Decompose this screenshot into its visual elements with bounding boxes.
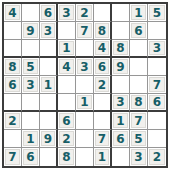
empty-tile: [59, 77, 74, 92]
given-digit: 8: [62, 151, 70, 163]
empty-tile: [131, 77, 146, 92]
cell-r7c5[interactable]: [76, 112, 94, 130]
cell-r5c8[interactable]: [130, 76, 148, 94]
cell-r3c3[interactable]: [40, 40, 58, 58]
cell-r7c9[interactable]: [148, 112, 166, 130]
cell-r5c5[interactable]: [76, 76, 94, 94]
given-tile: 6: [41, 5, 55, 20]
given-digit: 6: [8, 79, 16, 91]
cell-r1c3[interactable]: 6: [40, 4, 58, 22]
given-digit: 1: [98, 151, 106, 163]
given-digit: 3: [80, 61, 88, 73]
cell-r9c9[interactable]: 2: [148, 148, 166, 166]
cell-r4c4[interactable]: 4: [58, 58, 76, 76]
cell-r9c4[interactable]: 8: [58, 148, 76, 166]
empty-tile: [113, 5, 128, 20]
empty-tile: [5, 23, 20, 38]
given-tile: 6: [23, 149, 38, 165]
cell-r4c9[interactable]: [148, 58, 166, 76]
given-tile: 8: [59, 149, 74, 165]
cell-r4c5[interactable]: 3: [76, 58, 94, 76]
cell-r1c1[interactable]: 4: [4, 4, 22, 22]
given-tile: 7: [131, 113, 146, 128]
cell-r2c5[interactable]: 7: [76, 22, 94, 40]
cell-r9c3[interactable]: [40, 148, 58, 166]
given-tile: 3: [41, 23, 55, 38]
given-digit: 5: [134, 133, 142, 145]
given-tile: 7: [5, 149, 20, 165]
cell-r8c2[interactable]: 1: [22, 130, 40, 148]
given-tile: 1: [23, 131, 38, 146]
given-tile: 2: [149, 149, 165, 165]
cell-r2c3[interactable]: 3: [40, 22, 58, 40]
given-digit: 3: [62, 7, 70, 19]
cell-r7c1[interactable]: 2: [4, 112, 22, 130]
empty-tile: [77, 41, 92, 55]
given-tile: 3: [113, 95, 128, 109]
cell-r6c3[interactable]: [40, 94, 58, 112]
cell-r8c4[interactable]: 2: [58, 130, 76, 148]
empty-tile: [41, 41, 55, 55]
given-tile: 3: [131, 149, 146, 165]
given-digit: 7: [153, 79, 161, 91]
empty-tile: [41, 59, 55, 74]
given-digit: 3: [116, 96, 124, 108]
empty-tile: [95, 95, 109, 109]
given-tile: 8: [5, 59, 20, 74]
cell-r6c6[interactable]: [94, 94, 112, 112]
cell-r3c2[interactable]: [22, 40, 40, 58]
cell-r3c9[interactable]: 3: [148, 40, 166, 58]
given-tile: 1: [59, 41, 74, 55]
cell-r7c2[interactable]: [22, 112, 40, 130]
given-tile: 5: [131, 131, 146, 146]
given-tile: 8: [95, 23, 109, 38]
cell-r9c2[interactable]: 6: [22, 148, 40, 166]
cell-r3c4[interactable]: 1: [58, 40, 76, 58]
cell-r5c7[interactable]: [112, 76, 130, 94]
given-digit: 3: [44, 25, 52, 37]
cell-r4c1[interactable]: 8: [4, 58, 22, 76]
cell-r1c6[interactable]: [94, 4, 112, 22]
empty-tile: [149, 113, 165, 128]
cell-r8c8[interactable]: 5: [130, 130, 148, 148]
cell-r6c9[interactable]: 6: [148, 94, 166, 112]
sudoku-page: 4632159378614838543696312713862617192765…: [0, 0, 170, 170]
given-digit: 6: [98, 61, 106, 73]
cell-r9c8[interactable]: 3: [130, 148, 148, 166]
given-tile: 2: [59, 131, 74, 146]
given-tile: 9: [23, 23, 38, 38]
given-digit: 6: [44, 7, 52, 19]
given-digit: 8: [98, 25, 106, 37]
given-digit: 2: [98, 79, 106, 91]
given-tile: 6: [149, 95, 165, 109]
cell-r5c1[interactable]: 6: [4, 76, 22, 94]
empty-tile: [23, 41, 38, 55]
given-tile: 6: [5, 77, 20, 92]
cell-r4c3[interactable]: [40, 58, 58, 76]
cell-r6c2[interactable]: [22, 94, 40, 112]
given-digit: 7: [98, 133, 106, 145]
given-digit: 9: [44, 133, 52, 145]
empty-tile: [77, 149, 92, 165]
cell-r5c6[interactable]: 2: [94, 76, 112, 94]
empty-tile: [5, 95, 20, 109]
given-digit: 9: [116, 61, 124, 73]
given-digit: 1: [80, 96, 88, 108]
given-tile: 2: [77, 5, 92, 20]
cell-r4c6[interactable]: 6: [94, 58, 112, 76]
given-tile: 6: [59, 113, 74, 128]
cell-r8c3[interactable]: 9: [40, 130, 58, 148]
cell-r2c2[interactable]: 9: [22, 22, 40, 40]
empty-tile: [77, 77, 92, 92]
empty-tile: [41, 149, 55, 165]
given-tile: 1: [41, 77, 55, 92]
given-digit: 6: [62, 115, 70, 127]
given-digit: 5: [26, 61, 34, 73]
given-tile: 4: [5, 5, 20, 20]
cell-r5c4[interactable]: [58, 76, 76, 94]
empty-tile: [77, 131, 92, 146]
given-tile: 7: [149, 77, 165, 92]
empty-tile: [5, 131, 20, 146]
given-digit: 7: [134, 115, 142, 127]
given-digit: 2: [8, 115, 16, 127]
given-digit: 1: [62, 42, 70, 54]
empty-tile: [149, 131, 165, 146]
given-digit: 6: [26, 151, 34, 163]
given-digit: 2: [62, 133, 70, 145]
given-tile: 7: [95, 131, 109, 146]
empty-tile: [59, 95, 74, 109]
cell-r9c6[interactable]: 1: [94, 148, 112, 166]
cell-r3c5[interactable]: [76, 40, 94, 58]
empty-tile: [59, 23, 74, 38]
given-digit: 1: [134, 7, 142, 19]
empty-tile: [23, 5, 38, 20]
given-tile: 6: [113, 131, 128, 146]
cell-r3c7[interactable]: 8: [112, 40, 130, 58]
given-tile: 8: [113, 41, 128, 55]
cell-r1c9[interactable]: 5: [148, 4, 166, 22]
given-digit: 7: [80, 25, 88, 37]
empty-tile: [77, 113, 92, 128]
cell-r7c7[interactable]: 1: [112, 112, 130, 130]
given-digit: 6: [116, 133, 124, 145]
given-tile: 1: [77, 95, 92, 109]
cell-r6c8[interactable]: 8: [130, 94, 148, 112]
cell-r8c9[interactable]: [148, 130, 166, 148]
cell-r5c3[interactable]: 1: [40, 76, 58, 94]
cell-r2c4[interactable]: [58, 22, 76, 40]
cell-r9c1[interactable]: 7: [4, 148, 22, 166]
given-digit: 1: [44, 79, 52, 91]
cell-r8c6[interactable]: 7: [94, 130, 112, 148]
cell-r3c8[interactable]: [130, 40, 148, 58]
given-digit: 4: [98, 42, 106, 54]
cell-r1c8[interactable]: 1: [130, 4, 148, 22]
cell-r3c6[interactable]: 4: [94, 40, 112, 58]
empty-tile: [23, 113, 38, 128]
given-digit: 1: [26, 133, 34, 145]
cell-r4c7[interactable]: 9: [112, 58, 130, 76]
given-tile: 1: [131, 5, 146, 20]
empty-tile: [5, 41, 20, 55]
cell-r6c1[interactable]: [4, 94, 22, 112]
given-digit: 5: [153, 7, 161, 19]
sudoku-board: 4632159378614838543696312713862617192765…: [2, 2, 168, 168]
empty-tile: [95, 5, 109, 20]
given-digit: 4: [8, 7, 16, 19]
empty-tile: [23, 95, 38, 109]
cell-r1c4[interactable]: 3: [58, 4, 76, 22]
given-tile: 4: [95, 41, 109, 55]
given-tile: 5: [149, 5, 165, 20]
cell-r6c4[interactable]: [58, 94, 76, 112]
cell-r2c9[interactable]: [148, 22, 166, 40]
given-digit: 8: [134, 96, 142, 108]
cell-r1c5[interactable]: 2: [76, 4, 94, 22]
given-digit: 3: [26, 79, 34, 91]
empty-tile: [113, 149, 128, 165]
cell-r2c6[interactable]: 8: [94, 22, 112, 40]
given-tile: 1: [113, 113, 128, 128]
cell-r6c5[interactable]: 1: [76, 94, 94, 112]
given-tile: 7: [77, 23, 92, 38]
cell-r7c4[interactable]: 6: [58, 112, 76, 130]
given-digit: 3: [134, 151, 142, 163]
given-tile: 1: [95, 149, 109, 165]
cell-r2c1[interactable]: [4, 22, 22, 40]
cell-r4c2[interactable]: 5: [22, 58, 40, 76]
empty-tile: [41, 95, 55, 109]
cell-r8c1[interactable]: [4, 130, 22, 148]
given-digit: 6: [134, 25, 142, 37]
empty-tile: [131, 41, 146, 55]
cell-r5c9[interactable]: 7: [148, 76, 166, 94]
cell-r2c8[interactable]: 6: [130, 22, 148, 40]
given-digit: 3: [153, 42, 161, 54]
given-tile: 4: [59, 59, 74, 74]
cell-r6c7[interactable]: 3: [112, 94, 130, 112]
given-digit: 2: [80, 7, 88, 19]
cell-r7c3[interactable]: [40, 112, 58, 130]
empty-tile: [149, 59, 165, 74]
given-tile: 3: [77, 59, 92, 74]
given-tile: 6: [131, 23, 146, 38]
empty-tile: [113, 23, 128, 38]
given-digit: 8: [116, 42, 124, 54]
cell-r2c7[interactable]: [112, 22, 130, 40]
given-digit: 6: [153, 96, 161, 108]
cell-r9c5[interactable]: [76, 148, 94, 166]
given-tile: 2: [5, 113, 20, 128]
cell-r5c2[interactable]: 3: [22, 76, 40, 94]
empty-tile: [131, 59, 146, 74]
cell-r1c2[interactable]: [22, 4, 40, 22]
cell-r1c7[interactable]: [112, 4, 130, 22]
given-tile: 9: [113, 59, 128, 74]
given-digit: 1: [116, 115, 124, 127]
cell-r8c5[interactable]: [76, 130, 94, 148]
given-digit: 4: [62, 61, 70, 73]
given-tile: 9: [41, 131, 55, 146]
given-digit: 8: [8, 61, 16, 73]
given-tile: 2: [95, 77, 109, 92]
cell-r7c6[interactable]: [94, 112, 112, 130]
empty-tile: [95, 113, 109, 128]
given-digit: 7: [8, 151, 16, 163]
cell-r4c8[interactable]: [130, 58, 148, 76]
given-digit: 2: [153, 151, 161, 163]
cell-r9c7[interactable]: [112, 148, 130, 166]
empty-tile: [113, 77, 128, 92]
cell-r8c7[interactable]: 6: [112, 130, 130, 148]
given-tile: 3: [149, 41, 165, 55]
given-tile: 5: [23, 59, 38, 74]
empty-tile: [149, 23, 165, 38]
cell-r7c8[interactable]: 7: [130, 112, 148, 130]
cell-r3c1[interactable]: [4, 40, 22, 58]
given-tile: 8: [131, 95, 146, 109]
given-digit: 9: [26, 25, 34, 37]
given-tile: 6: [95, 59, 109, 74]
given-tile: 3: [23, 77, 38, 92]
given-tile: 3: [59, 5, 74, 20]
empty-tile: [41, 113, 55, 128]
